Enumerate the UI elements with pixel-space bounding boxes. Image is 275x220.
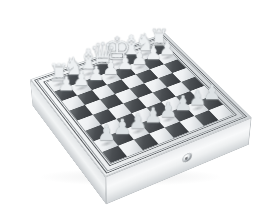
product-photo-scene: ♜♞♝♛♚♝♞♜♟♟♟♟♟♟♟♟♟♟♟♟♟♟♟♟ [0, 0, 275, 220]
frosted-pawn-glyph: ♟ [96, 122, 115, 143]
chess-box: ♜♞♝♛♚♝♞♜♟♟♟♟♟♟♟♟♟♟♟♟♟♟♟♟ [30, 33, 251, 177]
drawer-knob [183, 152, 191, 162]
clear-pawn-glyph: ♟ [56, 73, 74, 93]
